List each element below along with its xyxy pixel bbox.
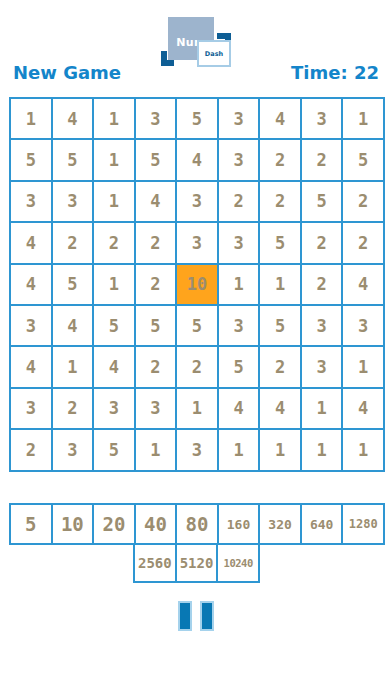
board-cell[interactable]: 1 (135, 429, 177, 470)
board-cell[interactable]: 3 (10, 388, 52, 429)
logo-secondary-text: Dash (205, 50, 223, 58)
board-cell[interactable]: 4 (52, 98, 94, 139)
board-cell[interactable]: 3 (301, 98, 343, 139)
board-cell[interactable]: 5 (93, 305, 135, 346)
board-cell[interactable]: 1 (52, 346, 94, 387)
target-value-cell: 640 (301, 504, 343, 544)
board-cell[interactable]: 5 (259, 305, 301, 346)
board-cell[interactable]: 5 (10, 139, 52, 180)
board-cell[interactable]: 1 (93, 98, 135, 139)
board-cell[interactable]: 4 (176, 139, 218, 180)
board-cell[interactable]: 3 (52, 429, 94, 470)
board-cell[interactable]: 2 (52, 222, 94, 263)
board-cell[interactable]: 2 (10, 429, 52, 470)
board-cell[interactable]: 2 (259, 181, 301, 222)
board-cell[interactable]: 1 (342, 98, 384, 139)
board-cell[interactable]: 2 (259, 346, 301, 387)
board-cell[interactable]: 2 (301, 222, 343, 263)
pause-icon (200, 601, 214, 631)
timer-label: Time: (291, 62, 348, 83)
board-cell[interactable]: 1 (10, 98, 52, 139)
board-cell[interactable]: 5 (176, 98, 218, 139)
board-cell[interactable]: 2 (259, 139, 301, 180)
target-value-cell: 5 (10, 504, 52, 544)
board-cell[interactable]: 5 (93, 429, 135, 470)
board-cell[interactable]: 2 (135, 222, 177, 263)
board-cell[interactable]: 1 (259, 264, 301, 305)
board-cell[interactable]: 4 (10, 264, 52, 305)
board-cell[interactable]: 1 (301, 388, 343, 429)
new-game-button[interactable]: New Game (13, 62, 121, 83)
logo-small-square: Dash (197, 40, 231, 67)
board-cell[interactable]: 2 (93, 222, 135, 263)
board-cell[interactable]: 5 (52, 264, 94, 305)
board-grid: 1413534315515432253314322524222335224512… (9, 97, 385, 472)
target-value-cell: 160 (218, 504, 260, 544)
board-cell[interactable]: 5 (301, 181, 343, 222)
board-cell[interactable]: 5 (135, 139, 177, 180)
target-value-cell: 40 (135, 504, 177, 544)
board-cell[interactable]: 4 (135, 181, 177, 222)
target-value-cell: 1280 (342, 504, 384, 544)
board-cell[interactable]: 5 (135, 305, 177, 346)
timer-value: 22 (354, 62, 379, 83)
target-value-cell: 5120 (176, 544, 218, 582)
target-value-cell: 10240 (217, 544, 259, 582)
board-cell[interactable]: 1 (93, 181, 135, 222)
board-cell[interactable]: 4 (259, 98, 301, 139)
target-value-cell: 320 (259, 504, 301, 544)
board-cell[interactable]: 4 (10, 222, 52, 263)
board-cell[interactable]: 1 (342, 346, 384, 387)
timer: Time: 22 (291, 62, 379, 83)
board-cell[interactable]: 2 (52, 388, 94, 429)
board-cell[interactable]: 4 (342, 388, 384, 429)
board-cell[interactable]: 3 (10, 305, 52, 346)
app-screen: Num Dash New Game Time: 22 1413534315515… (0, 0, 392, 696)
target-value-cell: 10 (52, 504, 94, 544)
pause-button[interactable] (178, 601, 214, 631)
board-cell[interactable]: 5 (259, 222, 301, 263)
target-value-cell: 2560 (134, 544, 176, 582)
board-cell[interactable]: 3 (135, 98, 177, 139)
board-cell[interactable]: 5 (218, 346, 260, 387)
board-cell[interactable]: 3 (176, 181, 218, 222)
targets-row-2: 2560512010240 (133, 543, 260, 583)
board-cell[interactable]: 3 (176, 429, 218, 470)
board-cell[interactable]: 1 (93, 264, 135, 305)
board-cell[interactable]: 3 (218, 222, 260, 263)
board-cell[interactable]: 4 (93, 346, 135, 387)
board-cell[interactable]: 4 (342, 264, 384, 305)
board-cell[interactable]: 5 (52, 139, 94, 180)
board-cell[interactable]: 2 (301, 264, 343, 305)
board-cell[interactable]: 4 (259, 388, 301, 429)
header-bar: New Game Time: 22 (13, 62, 379, 83)
board-cell[interactable]: 3 (135, 388, 177, 429)
board-cell[interactable]: 2 (301, 139, 343, 180)
board-cell[interactable]: 3 (218, 98, 260, 139)
board-cell[interactable]: 3 (176, 222, 218, 263)
board-cell[interactable]: 3 (218, 305, 260, 346)
board-cell[interactable]: 4 (10, 346, 52, 387)
board-cell[interactable]: 2 (135, 346, 177, 387)
board-cell[interactable]: 2 (218, 181, 260, 222)
board-cell[interactable]: 2 (135, 264, 177, 305)
board-cell[interactable]: 1 (218, 264, 260, 305)
board-cell[interactable]: 1 (218, 429, 260, 470)
board-cell[interactable]: 4 (52, 305, 94, 346)
board-cell[interactable]: 3 (93, 388, 135, 429)
board-cell[interactable]: 3 (342, 305, 384, 346)
target-value-cell: 80 (176, 504, 218, 544)
board-cell[interactable]: 3 (10, 181, 52, 222)
board-cell[interactable]: 1 (176, 388, 218, 429)
targets-row-1: 5102040801603206401280 (9, 503, 385, 545)
board-cell[interactable]: 2 (342, 181, 384, 222)
board-cell[interactable]: 1 (301, 429, 343, 470)
board-cell[interactable]: 2 (176, 346, 218, 387)
pause-icon (178, 601, 192, 631)
board-cell[interactable]: 2 (342, 222, 384, 263)
board-cell[interactable]: 3 (301, 305, 343, 346)
board-cell[interactable]: 1 (93, 139, 135, 180)
board-cell[interactable]: 10 (176, 264, 218, 305)
board-cell[interactable]: 5 (176, 305, 218, 346)
board-cell[interactable]: 3 (52, 181, 94, 222)
board-cell[interactable]: 3 (218, 139, 260, 180)
board-cell[interactable]: 3 (301, 346, 343, 387)
board-cell[interactable]: 4 (218, 388, 260, 429)
board-cell[interactable]: 1 (342, 429, 384, 470)
target-value-cell: 20 (93, 504, 135, 544)
board-cell[interactable]: 1 (259, 429, 301, 470)
board-cell[interactable]: 5 (342, 139, 384, 180)
